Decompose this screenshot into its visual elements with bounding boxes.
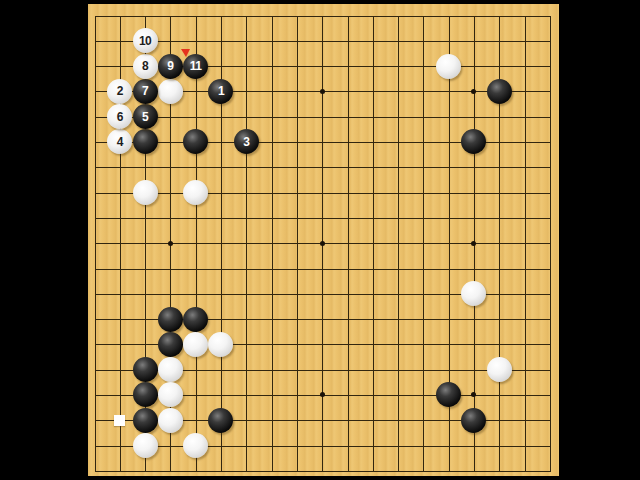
move-stone-4: 4 [107, 129, 132, 154]
move-stone-8: 8 [133, 54, 158, 79]
move-stone-1: 1 [208, 79, 233, 104]
stone-white [208, 332, 233, 357]
letterbox-right [559, 0, 640, 480]
stone-black [208, 408, 233, 433]
move-number: 8 [142, 60, 148, 72]
star-point [320, 89, 325, 94]
move-stone-11: 11 [183, 54, 208, 79]
star-point [471, 241, 476, 246]
move-stone-10: 10 [133, 28, 158, 53]
stone-white [133, 433, 158, 458]
stone-black [133, 357, 158, 382]
move-number: 5 [142, 111, 148, 123]
stone-black [158, 332, 183, 357]
stone-black [487, 79, 512, 104]
stone-white [133, 180, 158, 205]
star-point [320, 241, 325, 246]
move-number: 9 [167, 60, 173, 72]
white-square-marker [114, 415, 125, 426]
stone-black [461, 129, 486, 154]
move-number: 11 [190, 60, 202, 72]
letterbox-left [0, 0, 88, 480]
star-point [471, 89, 476, 94]
video-frame: 1234567891011 [0, 0, 640, 480]
stone-white [158, 79, 183, 104]
stone-white [183, 332, 208, 357]
stone-black [436, 382, 461, 407]
move-stone-2: 2 [107, 79, 132, 104]
stone-white [487, 357, 512, 382]
move-number: 7 [142, 85, 148, 97]
move-stone-5: 5 [133, 104, 158, 129]
go-board-grid: 1234567891011 [82, 3, 563, 480]
move-number: 2 [117, 85, 123, 97]
move-stone-6: 6 [107, 104, 132, 129]
move-stone-3: 3 [234, 129, 259, 154]
stone-white [436, 54, 461, 79]
stone-black [158, 307, 183, 332]
stone-white [461, 281, 486, 306]
stone-white [183, 433, 208, 458]
go-board[interactable]: 1234567891011 [88, 4, 559, 476]
stone-white [158, 382, 183, 407]
move-number: 1 [218, 85, 224, 97]
move-stone-7: 7 [133, 79, 158, 104]
move-number: 10 [139, 35, 151, 47]
stone-white [158, 408, 183, 433]
move-number: 6 [117, 111, 123, 123]
stone-black [133, 382, 158, 407]
stone-white [158, 357, 183, 382]
star-point [168, 241, 173, 246]
move-stone-9: 9 [158, 54, 183, 79]
last-move-triangle-marker [181, 49, 190, 57]
move-number: 4 [117, 136, 123, 148]
stone-white [183, 180, 208, 205]
stone-black [461, 408, 486, 433]
stone-black [183, 129, 208, 154]
star-point [320, 392, 325, 397]
move-number: 3 [243, 136, 249, 148]
stone-black [133, 129, 158, 154]
stone-black [183, 307, 208, 332]
star-point [471, 392, 476, 397]
stone-black [133, 408, 158, 433]
